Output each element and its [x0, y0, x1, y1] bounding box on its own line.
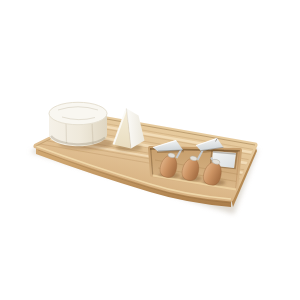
product-photo: Angled overhead product photo on a plain… — [0, 0, 300, 300]
product-photo-stage: Angled overhead product photo on a plain… — [0, 0, 300, 300]
cheese-board-scene — [0, 0, 300, 300]
wheel-top — [49, 102, 107, 124]
cheese-wheel — [49, 102, 113, 149]
